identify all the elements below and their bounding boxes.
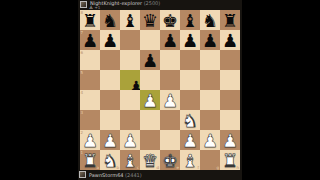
- square-f3[interactable]: ♞: [180, 110, 200, 130]
- white-king[interactable]: ♚: [160, 150, 180, 170]
- coord-file-g: g: [216, 166, 219, 170]
- square-f1[interactable]: f♝: [180, 150, 200, 170]
- white-pawn[interactable]: ♟: [160, 90, 180, 110]
- square-d4[interactable]: ♟: [140, 90, 160, 110]
- square-f4[interactable]: [180, 90, 200, 110]
- white-pawn[interactable]: ♟: [180, 130, 200, 150]
- black-pawn[interactable]: ♟: [140, 50, 160, 70]
- white-rook[interactable]: ♜: [80, 150, 100, 170]
- black-queen[interactable]: ♛: [140, 10, 160, 30]
- square-h7[interactable]: ♟: [220, 30, 240, 50]
- square-b2[interactable]: ♟: [100, 130, 120, 150]
- square-g3[interactable]: [200, 110, 220, 130]
- square-a8[interactable]: 8♜: [80, 10, 100, 30]
- square-c7[interactable]: [120, 30, 140, 50]
- black-pawn[interactable]: ♟: [200, 30, 220, 50]
- white-knight[interactable]: ♞: [100, 150, 120, 170]
- square-e7[interactable]: ♟: [160, 30, 180, 50]
- black-pawn[interactable]: ♟: [180, 30, 200, 50]
- square-e4[interactable]: ♟: [160, 90, 180, 110]
- square-g5[interactable]: [200, 70, 220, 90]
- square-h6[interactable]: [220, 50, 240, 70]
- square-b5[interactable]: [100, 70, 120, 90]
- coord-rank-3: 3: [81, 111, 84, 115]
- white-pawn[interactable]: ♟: [80, 130, 100, 150]
- square-c3[interactable]: [120, 110, 140, 130]
- chess-app-panel: NightKnight-explorer (2500) ♙ +1 8♜♞♝♛♚♝…: [78, 0, 242, 180]
- top-player-avatar-icon: [80, 1, 87, 8]
- square-e1[interactable]: e♚: [160, 150, 180, 170]
- square-a3[interactable]: 3: [80, 110, 100, 130]
- white-pawn[interactable]: ♟: [120, 130, 140, 150]
- square-g7[interactable]: ♟: [200, 30, 220, 50]
- black-knight[interactable]: ♞: [200, 10, 220, 30]
- square-a2[interactable]: 2♟: [80, 130, 100, 150]
- square-d2[interactable]: [140, 130, 160, 150]
- square-d5[interactable]: [140, 70, 160, 90]
- square-c2[interactable]: ♟: [120, 130, 140, 150]
- square-e3[interactable]: [160, 110, 180, 130]
- white-pawn[interactable]: ♟: [200, 130, 220, 150]
- square-c8[interactable]: ♝: [120, 10, 140, 30]
- square-h5[interactable]: [220, 70, 240, 90]
- white-rook[interactable]: ♜: [220, 150, 240, 170]
- square-h3[interactable]: [220, 110, 240, 130]
- white-pawn[interactable]: ♟: [220, 130, 240, 150]
- chess-board[interactable]: 8♜♞♝♛♚♝♞♜7♟♟♟♟♟♟6♟5♟4♟♟3♞2♟♟♟♟♟♟1a♜b♞c♝d…: [80, 10, 240, 170]
- black-pawn[interactable]: ♟: [160, 30, 180, 50]
- white-pawn[interactable]: ♟: [140, 90, 160, 110]
- square-g8[interactable]: ♞: [200, 10, 220, 30]
- white-bishop[interactable]: ♝: [120, 150, 140, 170]
- white-bishop[interactable]: ♝: [180, 150, 200, 170]
- bottom-player-rating: (2441): [125, 172, 142, 178]
- square-h2[interactable]: ♟: [220, 130, 240, 150]
- black-rook[interactable]: ♜: [80, 10, 100, 30]
- square-b8[interactable]: ♞: [100, 10, 120, 30]
- square-g1[interactable]: g: [200, 150, 220, 170]
- square-e8[interactable]: ♚: [160, 10, 180, 30]
- white-queen[interactable]: ♛: [140, 150, 160, 170]
- square-f8[interactable]: ♝: [180, 10, 200, 30]
- square-c5[interactable]: ♟: [120, 70, 140, 90]
- square-b6[interactable]: [100, 50, 120, 70]
- square-g2[interactable]: ♟: [200, 130, 220, 150]
- square-d7[interactable]: [140, 30, 160, 50]
- square-c6[interactable]: [120, 50, 140, 70]
- square-g6[interactable]: [200, 50, 220, 70]
- square-e2[interactable]: [160, 130, 180, 150]
- coord-rank-4: 4: [81, 91, 84, 95]
- square-f2[interactable]: ♟: [180, 130, 200, 150]
- square-d3[interactable]: [140, 110, 160, 130]
- coord-rank-6: 6: [81, 51, 84, 55]
- black-pawn[interactable]: ♟: [220, 30, 240, 50]
- white-pawn[interactable]: ♟: [100, 130, 120, 150]
- white-knight[interactable]: ♞: [180, 110, 200, 130]
- square-h4[interactable]: [220, 90, 240, 110]
- bottom-player-bar: PawnStorm64 (2441): [78, 170, 242, 180]
- square-a4[interactable]: 4: [80, 90, 100, 110]
- square-b3[interactable]: [100, 110, 120, 130]
- square-h8[interactable]: ♜: [220, 10, 240, 30]
- square-e5[interactable]: [160, 70, 180, 90]
- bottom-player-name[interactable]: PawnStorm64: [89, 172, 124, 178]
- black-king[interactable]: ♚: [160, 10, 180, 30]
- square-g4[interactable]: [200, 90, 220, 110]
- square-c4[interactable]: [120, 90, 140, 110]
- coord-rank-5: 5: [81, 71, 84, 75]
- square-c1[interactable]: c♝: [120, 150, 140, 170]
- square-b4[interactable]: [100, 90, 120, 110]
- square-d8[interactable]: ♛: [140, 10, 160, 30]
- square-b1[interactable]: b♞: [100, 150, 120, 170]
- square-d6[interactable]: ♟: [140, 50, 160, 70]
- black-pawn[interactable]: ♟: [80, 30, 100, 50]
- black-knight[interactable]: ♞: [100, 10, 120, 30]
- black-bishop[interactable]: ♝: [180, 10, 200, 30]
- square-e6[interactable]: [160, 50, 180, 70]
- black-rook[interactable]: ♜: [220, 10, 240, 30]
- square-f7[interactable]: ♟: [180, 30, 200, 50]
- top-player-bar: NightKnight-explorer (2500) ♙ +1: [78, 0, 242, 10]
- black-pawn[interactable]: ♟: [100, 30, 120, 50]
- square-a5[interactable]: 5: [80, 70, 100, 90]
- top-player-rating: (2500): [144, 0, 161, 6]
- bottom-player-avatar-icon: [79, 171, 86, 178]
- square-a7[interactable]: 7♟: [80, 30, 100, 50]
- square-f5[interactable]: [180, 70, 200, 90]
- square-a1[interactable]: 1a♜: [80, 150, 100, 170]
- square-b7[interactable]: ♟: [100, 30, 120, 50]
- square-h1[interactable]: h♜: [220, 150, 240, 170]
- square-f6[interactable]: [180, 50, 200, 70]
- square-a6[interactable]: 6: [80, 50, 100, 70]
- square-d1[interactable]: d♛: [140, 150, 160, 170]
- black-bishop[interactable]: ♝: [120, 10, 140, 30]
